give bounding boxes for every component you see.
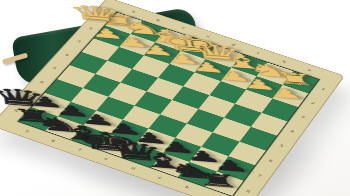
coord-rank-1-right: 1 — [321, 88, 326, 92]
coord-rank-7-right: 7 — [257, 174, 262, 178]
coord-rank-7-left: 7 — [26, 95, 32, 99]
board-squares — [19, 13, 319, 196]
coord-rank-4-left: 4 — [64, 53, 69, 57]
coord-file-f-far: f — [181, 27, 185, 30]
coord-file-f-near: f — [78, 148, 82, 152]
coord-file-b-far: b — [281, 60, 286, 64]
chess-board: hhggffeeddccbbaa1122334455667788 ♜♞♝♚♛♝♞… — [0, 0, 345, 196]
coord-rank-6-left: 6 — [39, 81, 45, 85]
coord-rank-3-left: 3 — [76, 40, 81, 44]
coord-file-g-near: g — [50, 139, 56, 143]
coord-rank-1-left: 1 — [100, 14, 105, 17]
coord-file-g-far: g — [156, 18, 161, 21]
coord-rank-8-left: 8 — [13, 109, 19, 113]
coord-rank-3-right: 3 — [300, 116, 305, 120]
coord-file-c-far: c — [256, 52, 261, 55]
coord-file-e-near: e — [103, 157, 109, 161]
chess-set-photo: hhggffeeddccbbaa1122334455667788 ♜♞♝♚♛♝♞… — [0, 0, 350, 196]
coord-file-d-near: d — [130, 166, 136, 170]
coord-file-h-near: h — [24, 129, 30, 133]
coord-rank-5-left: 5 — [51, 67, 57, 71]
coord-file-c-near: c — [157, 176, 162, 180]
scene: hhggffeeddccbbaa1122334455667788 ♜♞♝♚♛♝♞… — [0, 0, 350, 196]
coord-file-a-near: a — [211, 195, 217, 196]
coord-file-d-far: d — [231, 43, 236, 47]
coord-file-e-far: e — [206, 35, 211, 39]
coord-rank-4-right: 4 — [289, 130, 294, 134]
coord-file-a-far: a — [307, 68, 312, 72]
coord-file-b-near: b — [184, 185, 190, 189]
coord-file-h-far: h — [131, 10, 136, 13]
coord-rank-2-left: 2 — [88, 27, 93, 31]
coord-rank-5-right: 5 — [279, 144, 284, 148]
coord-rank-8-right: 8 — [245, 190, 251, 194]
coord-rank-2-right: 2 — [310, 101, 315, 105]
coord-rank-6-right: 6 — [268, 159, 273, 163]
